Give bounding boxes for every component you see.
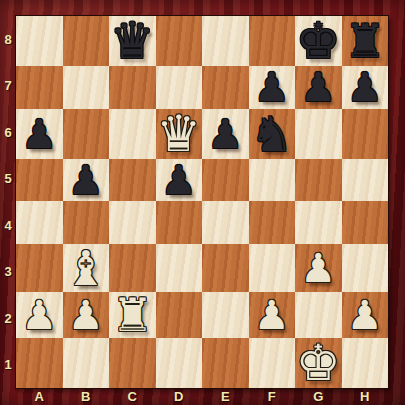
square-g5[interactable] [295,159,342,202]
square-d1[interactable] [156,338,203,388]
file-label-h: H [342,388,389,405]
square-f6[interactable]: ♞ [249,109,296,159]
square-e7[interactable] [202,66,249,109]
piece-black-pawn-f7[interactable]: ♟ [254,67,290,107]
square-b7[interactable] [63,66,110,109]
piece-black-pawn-d5[interactable]: ♟ [161,160,197,200]
piece-black-knight-f6[interactable]: ♞ [250,110,293,158]
file-label-a: A [16,388,63,405]
rank-label-4: 4 [0,202,16,249]
square-b1[interactable] [63,338,110,388]
piece-white-pawn-h2[interactable]: ♟ [347,295,383,335]
square-f2[interactable]: ♟ [249,292,296,338]
file-label-d: D [156,388,203,405]
square-d6[interactable]: ♛ [156,109,203,159]
square-b5[interactable]: ♟ [63,159,110,202]
square-c3[interactable] [109,244,156,292]
square-e6[interactable]: ♟ [202,109,249,159]
square-d3[interactable] [156,244,203,292]
file-labels: ABCDEFGH [16,388,388,405]
file-label-g: G [295,388,342,405]
file-label-f: F [249,388,296,405]
square-e5[interactable] [202,159,249,202]
piece-black-pawn-g7[interactable]: ♟ [300,67,336,107]
square-a8[interactable] [16,16,63,66]
square-c8[interactable]: ♛ [109,16,156,66]
square-h8[interactable]: ♜ [342,16,389,66]
chessboard-widget: ♛♚♜♟♟♟♟♛♟♞♟♟♝♟♟♟♜♟♟♚ 87654321 ABCDEFGH [0,0,405,405]
square-c4[interactable] [109,201,156,244]
file-label-c: C [109,388,156,405]
square-e2[interactable] [202,292,249,338]
rank-label-2: 2 [0,295,16,342]
square-a7[interactable] [16,66,63,109]
piece-white-pawn-f2[interactable]: ♟ [254,295,290,335]
square-d2[interactable] [156,292,203,338]
square-a2[interactable]: ♟ [16,292,63,338]
piece-black-pawn-b5[interactable]: ♟ [68,160,104,200]
rank-label-8: 8 [0,16,16,63]
square-c2[interactable]: ♜ [109,292,156,338]
square-c1[interactable] [109,338,156,388]
square-f1[interactable] [249,338,296,388]
square-h7[interactable]: ♟ [342,66,389,109]
piece-black-pawn-e6[interactable]: ♟ [207,114,243,154]
piece-black-pawn-h7[interactable]: ♟ [347,67,383,107]
square-e8[interactable] [202,16,249,66]
rank-labels: 87654321 [0,16,16,388]
rank-label-3: 3 [0,249,16,296]
square-g3[interactable]: ♟ [295,244,342,292]
square-c6[interactable] [109,109,156,159]
square-g4[interactable] [295,201,342,244]
piece-white-pawn-g3[interactable]: ♟ [300,248,336,288]
square-g6[interactable] [295,109,342,159]
square-g1[interactable]: ♚ [295,338,342,388]
square-a4[interactable] [16,201,63,244]
piece-black-rook-h8[interactable]: ♜ [344,18,385,64]
piece-white-pawn-a2[interactable]: ♟ [21,295,57,335]
square-e3[interactable] [202,244,249,292]
square-d5[interactable]: ♟ [156,159,203,202]
rank-label-7: 7 [0,63,16,110]
piece-white-queen-d6[interactable]: ♛ [156,109,201,159]
square-d4[interactable] [156,201,203,244]
square-b8[interactable] [63,16,110,66]
square-e1[interactable] [202,338,249,388]
square-d8[interactable] [156,16,203,66]
square-b6[interactable] [63,109,110,159]
square-f5[interactable] [249,159,296,202]
square-a6[interactable]: ♟ [16,109,63,159]
piece-white-rook-c2[interactable]: ♜ [112,292,153,338]
piece-white-king-g1[interactable]: ♚ [296,338,341,388]
square-h2[interactable]: ♟ [342,292,389,338]
square-h4[interactable] [342,201,389,244]
piece-black-king-g8[interactable]: ♚ [296,16,341,66]
rank-label-5: 5 [0,156,16,203]
square-f4[interactable] [249,201,296,244]
square-a1[interactable] [16,338,63,388]
square-a3[interactable] [16,244,63,292]
rank-label-1: 1 [0,342,16,389]
square-h5[interactable] [342,159,389,202]
file-label-b: B [63,388,110,405]
piece-black-pawn-a6[interactable]: ♟ [21,114,57,154]
square-e4[interactable] [202,201,249,244]
square-a5[interactable] [16,159,63,202]
square-c5[interactable] [109,159,156,202]
piece-white-bishop-b3[interactable]: ♝ [64,244,107,292]
square-f7[interactable]: ♟ [249,66,296,109]
square-f8[interactable] [249,16,296,66]
square-g8[interactable]: ♚ [295,16,342,66]
square-c7[interactable] [109,66,156,109]
chess-board: ♛♚♜♟♟♟♟♛♟♞♟♟♝♟♟♟♜♟♟♚ [15,15,389,389]
square-b2[interactable]: ♟ [63,292,110,338]
square-b4[interactable] [63,201,110,244]
square-b3[interactable]: ♝ [63,244,110,292]
piece-black-queen-c8[interactable]: ♛ [110,16,155,66]
rank-label-6: 6 [0,109,16,156]
square-g7[interactable]: ♟ [295,66,342,109]
square-h1[interactable] [342,338,389,388]
file-label-e: E [202,388,249,405]
square-d7[interactable] [156,66,203,109]
piece-white-pawn-b2[interactable]: ♟ [68,295,104,335]
square-f3[interactable] [249,244,296,292]
square-h6[interactable] [342,109,389,159]
square-h3[interactable] [342,244,389,292]
square-g2[interactable] [295,292,342,338]
